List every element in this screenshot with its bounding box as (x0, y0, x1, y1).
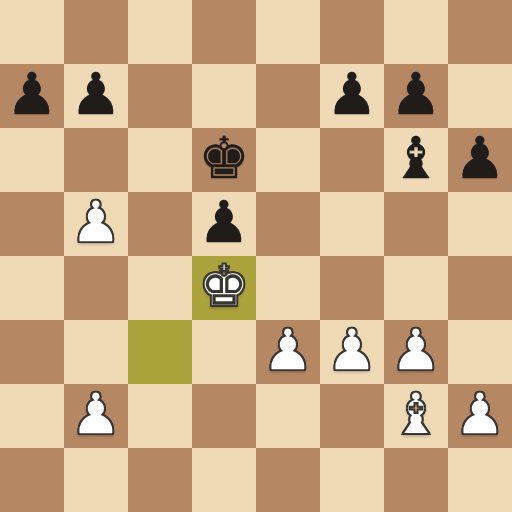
piece-black-pawn[interactable]: ♟ (6, 62, 58, 126)
square-g1[interactable] (384, 448, 448, 512)
square-f8[interactable] (320, 0, 384, 64)
square-h3[interactable] (448, 320, 512, 384)
piece-white-pawn[interactable]: ♟ (454, 382, 506, 446)
square-e2[interactable] (256, 384, 320, 448)
square-d1[interactable] (192, 448, 256, 512)
piece-black-pawn[interactable]: ♟ (326, 62, 378, 126)
piece-white-pawn[interactable]: ♟ (326, 318, 378, 382)
square-d3[interactable] (192, 320, 256, 384)
square-a4[interactable] (0, 256, 64, 320)
square-f4[interactable] (320, 256, 384, 320)
square-e3[interactable]: ♟ (256, 320, 320, 384)
square-h4[interactable] (448, 256, 512, 320)
square-h1[interactable] (448, 448, 512, 512)
piece-black-king[interactable]: ♚ (198, 126, 250, 190)
square-e5[interactable] (256, 192, 320, 256)
square-a2[interactable] (0, 384, 64, 448)
square-c1[interactable] (128, 448, 192, 512)
square-g3[interactable]: ♟ (384, 320, 448, 384)
square-e8[interactable] (256, 0, 320, 64)
piece-white-pawn[interactable]: ♟ (70, 382, 122, 446)
square-f3[interactable]: ♟ (320, 320, 384, 384)
square-e4[interactable] (256, 256, 320, 320)
square-a6[interactable] (0, 128, 64, 192)
square-g4[interactable] (384, 256, 448, 320)
square-d6[interactable]: ♚ (192, 128, 256, 192)
piece-black-pawn[interactable]: ♟ (454, 126, 506, 190)
square-c5[interactable] (128, 192, 192, 256)
piece-white-bishop[interactable]: ♝ (390, 382, 442, 446)
square-c2[interactable] (128, 384, 192, 448)
square-c3[interactable] (128, 320, 192, 384)
square-c4[interactable] (128, 256, 192, 320)
square-h2[interactable]: ♟ (448, 384, 512, 448)
piece-white-pawn[interactable]: ♟ (70, 190, 122, 254)
square-g7[interactable]: ♟ (384, 64, 448, 128)
square-f2[interactable] (320, 384, 384, 448)
square-a1[interactable] (0, 448, 64, 512)
square-g8[interactable] (384, 0, 448, 64)
piece-white-pawn[interactable]: ♟ (262, 318, 314, 382)
square-c8[interactable] (128, 0, 192, 64)
square-g5[interactable] (384, 192, 448, 256)
square-c6[interactable] (128, 128, 192, 192)
piece-black-pawn[interactable]: ♟ (70, 62, 122, 126)
square-a5[interactable] (0, 192, 64, 256)
square-d2[interactable] (192, 384, 256, 448)
square-h7[interactable] (448, 64, 512, 128)
piece-white-pawn[interactable]: ♟ (390, 318, 442, 382)
square-b7[interactable]: ♟ (64, 64, 128, 128)
piece-black-bishop[interactable]: ♝ (390, 126, 442, 190)
square-f7[interactable]: ♟ (320, 64, 384, 128)
square-f6[interactable] (320, 128, 384, 192)
square-e1[interactable] (256, 448, 320, 512)
square-f1[interactable] (320, 448, 384, 512)
square-b2[interactable]: ♟ (64, 384, 128, 448)
square-g6[interactable]: ♝ (384, 128, 448, 192)
square-f5[interactable] (320, 192, 384, 256)
square-h5[interactable] (448, 192, 512, 256)
chess-board: ♟♟♟♟♚♝♟♟♟♚♟♟♟♟♝♟ (0, 0, 512, 512)
square-h8[interactable] (448, 0, 512, 64)
square-c7[interactable] (128, 64, 192, 128)
square-d5[interactable]: ♟ (192, 192, 256, 256)
square-h6[interactable]: ♟ (448, 128, 512, 192)
square-b4[interactable] (64, 256, 128, 320)
square-e6[interactable] (256, 128, 320, 192)
square-e7[interactable] (256, 64, 320, 128)
square-b5[interactable]: ♟ (64, 192, 128, 256)
square-b3[interactable] (64, 320, 128, 384)
square-b8[interactable] (64, 0, 128, 64)
square-b6[interactable] (64, 128, 128, 192)
square-d7[interactable] (192, 64, 256, 128)
square-d4[interactable]: ♚ (192, 256, 256, 320)
square-a7[interactable]: ♟ (0, 64, 64, 128)
square-a8[interactable] (0, 0, 64, 64)
square-d8[interactable] (192, 0, 256, 64)
square-b1[interactable] (64, 448, 128, 512)
square-a3[interactable] (0, 320, 64, 384)
square-g2[interactable]: ♝ (384, 384, 448, 448)
piece-black-pawn[interactable]: ♟ (390, 62, 442, 126)
piece-black-pawn[interactable]: ♟ (198, 190, 250, 254)
piece-white-king[interactable]: ♚ (198, 254, 250, 318)
